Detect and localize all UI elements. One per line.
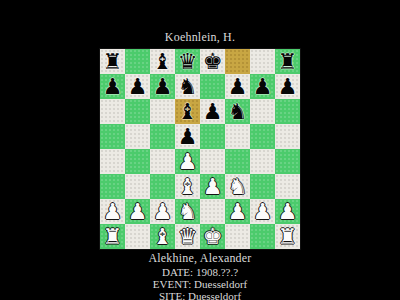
square-g1[interactable]	[250, 224, 275, 249]
white-pawn-icon[interactable]: ♟	[203, 174, 223, 199]
square-h8[interactable]: ♜	[275, 49, 300, 74]
white-pawn-icon[interactable]: ♟	[128, 199, 148, 224]
white-bishop-icon[interactable]: ♝	[153, 224, 173, 249]
square-b3[interactable]	[125, 174, 150, 199]
square-h5[interactable]	[275, 124, 300, 149]
black-queen-icon[interactable]: ♛	[178, 49, 198, 74]
square-d8[interactable]: ♛	[175, 49, 200, 74]
event-line: EVENT: Duesseldorf	[0, 278, 400, 290]
square-f5[interactable]	[225, 124, 250, 149]
black-rook-icon[interactable]: ♜	[103, 49, 123, 74]
black-pawn-icon[interactable]: ♟	[203, 99, 223, 124]
white-bishop-icon[interactable]: ♝	[178, 174, 198, 199]
square-e4[interactable]	[200, 149, 225, 174]
white-knight-icon[interactable]: ♞	[178, 199, 198, 224]
square-c1[interactable]: ♝	[150, 224, 175, 249]
white-queen-icon[interactable]: ♛	[178, 224, 198, 249]
square-a3[interactable]	[100, 174, 125, 199]
square-c7[interactable]: ♟	[150, 74, 175, 99]
square-d5[interactable]: ♟	[175, 124, 200, 149]
black-pawn-icon[interactable]: ♟	[278, 74, 298, 99]
square-c5[interactable]	[150, 124, 175, 149]
square-f6[interactable]: ♞	[225, 99, 250, 124]
black-pawn-icon[interactable]: ♟	[178, 124, 198, 149]
square-e1[interactable]: ♚	[200, 224, 225, 249]
white-pawn-icon[interactable]: ♟	[153, 199, 173, 224]
bottom-player-name: Alekhine, Alexander	[0, 252, 400, 264]
chess-board: ♜♝♛♚♜♟♟♟♞♟♟♟♝♟♞♟♟♝♟♞♟♟♟♞♟♟♟♜♝♛♚♜	[100, 49, 300, 249]
white-pawn-icon[interactable]: ♟	[178, 149, 198, 174]
square-d1[interactable]: ♛	[175, 224, 200, 249]
square-g8[interactable]	[250, 49, 275, 74]
game-metadata: DATE: 1908.??.? EVENT: Duesseldorf SITE:…	[0, 266, 400, 300]
date-line: DATE: 1908.??.?	[0, 266, 400, 278]
square-b4[interactable]	[125, 149, 150, 174]
square-e7[interactable]	[200, 74, 225, 99]
square-c3[interactable]	[150, 174, 175, 199]
square-a5[interactable]	[100, 124, 125, 149]
square-f3[interactable]: ♞	[225, 174, 250, 199]
square-d2[interactable]: ♞	[175, 199, 200, 224]
white-pawn-icon[interactable]: ♟	[228, 199, 248, 224]
black-knight-icon[interactable]: ♞	[228, 99, 248, 124]
square-c6[interactable]	[150, 99, 175, 124]
white-pawn-icon[interactable]: ♟	[253, 199, 273, 224]
square-e3[interactable]: ♟	[200, 174, 225, 199]
black-king-icon[interactable]: ♚	[203, 49, 223, 74]
square-d6[interactable]: ♝	[175, 99, 200, 124]
white-knight-icon[interactable]: ♞	[228, 174, 248, 199]
square-g2[interactable]: ♟	[250, 199, 275, 224]
white-pawn-icon[interactable]: ♟	[278, 199, 298, 224]
square-e2[interactable]	[200, 199, 225, 224]
square-f4[interactable]	[225, 149, 250, 174]
square-g7[interactable]: ♟	[250, 74, 275, 99]
black-rook-icon[interactable]: ♜	[278, 49, 298, 74]
square-e6[interactable]: ♟	[200, 99, 225, 124]
square-d7[interactable]: ♞	[175, 74, 200, 99]
square-f2[interactable]: ♟	[225, 199, 250, 224]
black-pawn-icon[interactable]: ♟	[253, 74, 273, 99]
square-f8[interactable]	[225, 49, 250, 74]
square-d4[interactable]: ♟	[175, 149, 200, 174]
top-player-name: Koehnlein, H.	[0, 31, 400, 43]
square-a7[interactable]: ♟	[100, 74, 125, 99]
square-g5[interactable]	[250, 124, 275, 149]
square-h7[interactable]: ♟	[275, 74, 300, 99]
square-b1[interactable]	[125, 224, 150, 249]
white-king-icon[interactable]: ♚	[203, 224, 223, 249]
square-g6[interactable]	[250, 99, 275, 124]
square-b7[interactable]: ♟	[125, 74, 150, 99]
square-h4[interactable]	[275, 149, 300, 174]
square-b8[interactable]	[125, 49, 150, 74]
site-line: SITE: Duesseldorf	[0, 290, 400, 300]
square-h2[interactable]: ♟	[275, 199, 300, 224]
square-b6[interactable]	[125, 99, 150, 124]
square-a8[interactable]: ♜	[100, 49, 125, 74]
square-e5[interactable]	[200, 124, 225, 149]
white-rook-icon[interactable]: ♜	[103, 224, 123, 249]
black-bishop-icon[interactable]: ♝	[178, 99, 198, 124]
square-h1[interactable]: ♜	[275, 224, 300, 249]
white-rook-icon[interactable]: ♜	[278, 224, 298, 249]
black-pawn-icon[interactable]: ♟	[103, 74, 123, 99]
square-h6[interactable]	[275, 99, 300, 124]
square-f7[interactable]: ♟	[225, 74, 250, 99]
square-a6[interactable]	[100, 99, 125, 124]
black-pawn-icon[interactable]: ♟	[228, 74, 248, 99]
black-knight-icon[interactable]: ♞	[178, 74, 198, 99]
square-g4[interactable]	[250, 149, 275, 174]
square-b2[interactable]: ♟	[125, 199, 150, 224]
square-a1[interactable]: ♜	[100, 224, 125, 249]
square-c2[interactable]: ♟	[150, 199, 175, 224]
square-f1[interactable]	[225, 224, 250, 249]
square-b5[interactable]	[125, 124, 150, 149]
square-a2[interactable]: ♟	[100, 199, 125, 224]
square-c8[interactable]: ♝	[150, 49, 175, 74]
square-e8[interactable]: ♚	[200, 49, 225, 74]
square-g3[interactable]	[250, 174, 275, 199]
square-c4[interactable]	[150, 149, 175, 174]
black-pawn-icon[interactable]: ♟	[153, 74, 173, 99]
white-pawn-icon[interactable]: ♟	[103, 199, 123, 224]
square-d3[interactable]: ♝	[175, 174, 200, 199]
square-a4[interactable]	[100, 149, 125, 174]
square-h3[interactable]	[275, 174, 300, 199]
black-bishop-icon[interactable]: ♝	[153, 49, 173, 74]
black-pawn-icon[interactable]: ♟	[128, 74, 148, 99]
